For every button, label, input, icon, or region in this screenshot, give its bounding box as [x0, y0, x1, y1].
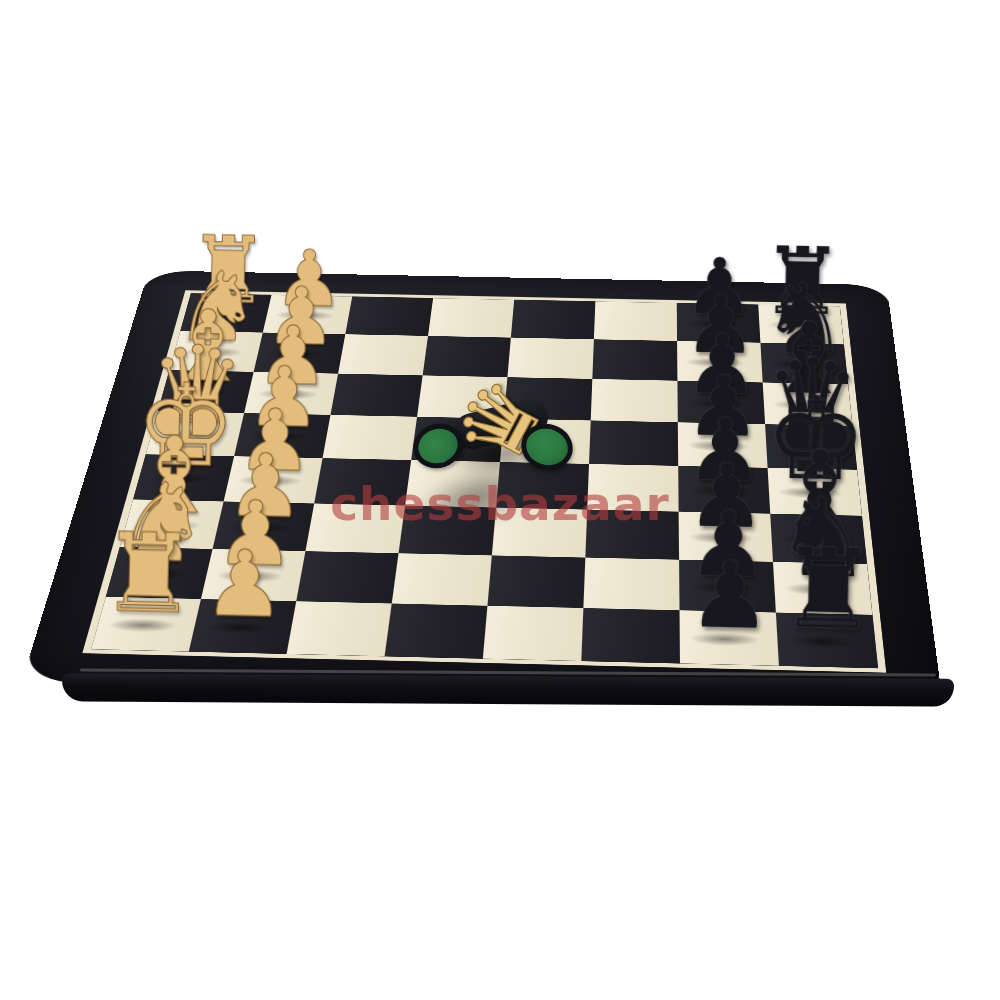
product-photo-canvas: { "game": "chess", "scene_description": …	[0, 0, 1000, 1000]
chessbazaar-watermark: chessbazaar	[330, 476, 669, 531]
white-pawn-glyph: ♟	[202, 541, 286, 627]
black-rook-glyph: ♜	[777, 538, 878, 641]
board-front-edge	[62, 673, 954, 706]
